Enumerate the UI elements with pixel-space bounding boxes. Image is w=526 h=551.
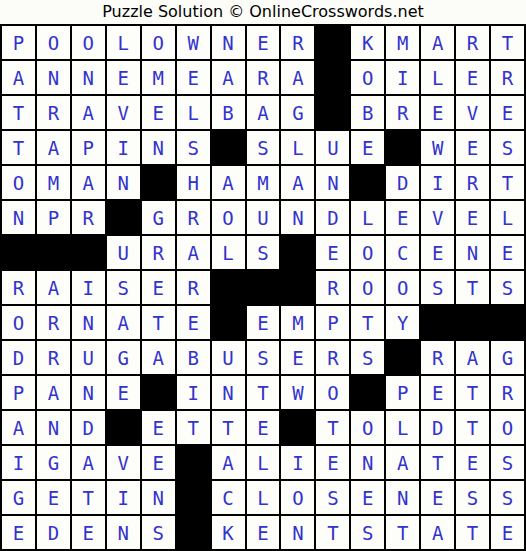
letter-cell-r14c2: E (37, 481, 70, 514)
block-cell-r8c7 (212, 271, 245, 304)
crossword-grid: POOLOWNERKMARTANNEMEARAOILERTRAVELBAGBRE… (0, 24, 526, 551)
letter-cell-r11c14: T (456, 376, 489, 409)
letter-cell-r6c3: R (72, 201, 105, 234)
letter-cell-r14c14: S (456, 481, 489, 514)
letter-cell-r2c6: E (177, 61, 210, 94)
letter-cell-r6c10: D (316, 201, 349, 234)
letter-cell-r1c7: N (212, 26, 245, 59)
letter-cell-r2c8: R (247, 61, 280, 94)
letter-cell-r3c3: A (72, 96, 105, 129)
letter-cell-r8c13: S (421, 271, 454, 304)
letter-cell-r9c3: N (72, 306, 105, 339)
letter-cell-r10c13: R (421, 341, 454, 374)
letter-cell-r5c13: I (421, 166, 454, 199)
block-cell-r9c13 (421, 306, 454, 339)
letter-cell-r8c12: O (386, 271, 419, 304)
letter-cell-r12c5: E (142, 411, 175, 444)
letter-cell-r11c4: E (107, 376, 140, 409)
letter-cell-r12c14: T (456, 411, 489, 444)
letter-cell-r15c2: D (37, 516, 70, 549)
letter-cell-r14c10: S (316, 481, 349, 514)
block-cell-r4c12 (386, 131, 419, 164)
letter-cell-r1c12: M (386, 26, 419, 59)
letter-cell-r3c4: V (107, 96, 140, 129)
letter-cell-r2c7: A (212, 61, 245, 94)
letter-cell-r6c7: O (212, 201, 245, 234)
letter-cell-r3c8: A (247, 96, 280, 129)
letter-cell-r5c9: A (281, 166, 314, 199)
block-cell-r13c6 (177, 446, 210, 479)
letter-cell-r9c10: P (316, 306, 349, 339)
block-cell-r7c3 (72, 236, 105, 269)
letter-cell-r11c9: W (281, 376, 314, 409)
letter-cell-r13c5: E (142, 446, 175, 479)
letter-cell-r4c4: I (107, 131, 140, 164)
letter-cell-r6c9: N (281, 201, 314, 234)
letter-cell-r12c3: D (72, 411, 105, 444)
letter-cell-r12c8: E (247, 411, 280, 444)
block-cell-r5c11 (351, 166, 384, 199)
letter-cell-r11c1: P (2, 376, 35, 409)
letter-cell-r12c15: O (491, 411, 524, 444)
letter-cell-r15c15: E (491, 516, 524, 549)
letter-cell-r9c8: E (247, 306, 280, 339)
block-cell-r7c9 (281, 236, 314, 269)
letter-cell-r12c13: D (421, 411, 454, 444)
letter-cell-r3c5: E (142, 96, 175, 129)
letter-cell-r6c15: L (491, 201, 524, 234)
letter-cell-r2c2: N (37, 61, 70, 94)
letter-cell-r12c1: A (2, 411, 35, 444)
letter-cell-r10c3: U (72, 341, 105, 374)
letter-cell-r10c6: B (177, 341, 210, 374)
block-cell-r2c10 (316, 61, 349, 94)
letter-cell-r3c13: E (421, 96, 454, 129)
letter-cell-r1c8: E (247, 26, 280, 59)
block-cell-r14c6 (177, 481, 210, 514)
letter-cell-r13c14: E (456, 446, 489, 479)
letter-cell-r7c11: O (351, 236, 384, 269)
letter-cell-r13c1: I (2, 446, 35, 479)
letter-cell-r1c4: L (107, 26, 140, 59)
letter-cell-r13c11: N (351, 446, 384, 479)
letter-cell-r15c3: E (72, 516, 105, 549)
block-cell-r6c4 (107, 201, 140, 234)
letter-cell-r9c5: T (142, 306, 175, 339)
letter-cell-r8c6: R (177, 271, 210, 304)
letter-cell-r2c3: N (72, 61, 105, 94)
letter-cell-r2c15: R (491, 61, 524, 94)
letter-cell-r4c8: S (247, 131, 280, 164)
letter-cell-r5c14: R (456, 166, 489, 199)
letter-cell-r10c5: A (142, 341, 175, 374)
letter-cell-r2c14: E (456, 61, 489, 94)
letter-cell-r13c13: T (421, 446, 454, 479)
letter-cell-r7c15: E (491, 236, 524, 269)
letter-cell-r1c5: O (142, 26, 175, 59)
letter-cell-r3c15: E (491, 96, 524, 129)
block-cell-r12c4 (107, 411, 140, 444)
letter-cell-r9c1: O (2, 306, 35, 339)
letter-cell-r4c6: S (177, 131, 210, 164)
letter-cell-r7c8: S (247, 236, 280, 269)
letter-cell-r5c4: N (107, 166, 140, 199)
letter-cell-r1c6: W (177, 26, 210, 59)
block-cell-r10c12 (386, 341, 419, 374)
letter-cell-r7c12: C (386, 236, 419, 269)
letter-cell-r12c12: L (386, 411, 419, 444)
letter-cell-r9c6: E (177, 306, 210, 339)
letter-cell-r4c9: L (281, 131, 314, 164)
letter-cell-r3c12: R (386, 96, 419, 129)
block-cell-r8c8 (247, 271, 280, 304)
letter-cell-r5c3: A (72, 166, 105, 199)
letter-cell-r6c11: L (351, 201, 384, 234)
letter-cell-r15c1: E (2, 516, 35, 549)
letter-cell-r13c15: S (491, 446, 524, 479)
letter-cell-r14c1: G (2, 481, 35, 514)
letter-cell-r12c11: O (351, 411, 384, 444)
letter-cell-r15c9: N (281, 516, 314, 549)
letter-cell-r5c12: D (386, 166, 419, 199)
block-cell-r3c10 (316, 96, 349, 129)
letter-cell-r15c8: E (247, 516, 280, 549)
letter-cell-r12c7: T (212, 411, 245, 444)
block-cell-r8c9 (281, 271, 314, 304)
letter-cell-r10c7: U (212, 341, 245, 374)
letter-cell-r3c11: B (351, 96, 384, 129)
block-cell-r11c5 (142, 376, 175, 409)
page-title: Puzzle Solution © OnlineCrosswords.net (0, 0, 526, 24)
letter-cell-r11c2: A (37, 376, 70, 409)
block-cell-r11c11 (351, 376, 384, 409)
letter-cell-r14c12: N (386, 481, 419, 514)
letter-cell-r8c10: R (316, 271, 349, 304)
letter-cell-r4c10: U (316, 131, 349, 164)
letter-cell-r6c6: R (177, 201, 210, 234)
letter-cell-r13c4: V (107, 446, 140, 479)
letter-cell-r2c11: O (351, 61, 384, 94)
letter-cell-r14c7: C (212, 481, 245, 514)
letter-cell-r2c12: I (386, 61, 419, 94)
letter-cell-r1c2: O (37, 26, 70, 59)
letter-cell-r14c9: O (281, 481, 314, 514)
block-cell-r9c14 (456, 306, 489, 339)
letter-cell-r10c1: D (2, 341, 35, 374)
block-cell-r1c10 (316, 26, 349, 59)
puzzle-solution-page: Puzzle Solution © OnlineCrosswords.net P… (0, 0, 526, 551)
letter-cell-r6c14: E (456, 201, 489, 234)
letter-cell-r10c4: G (107, 341, 140, 374)
letter-cell-r12c6: T (177, 411, 210, 444)
letter-cell-r1c1: P (2, 26, 35, 59)
letter-cell-r13c10: E (316, 446, 349, 479)
letter-cell-r4c11: E (351, 131, 384, 164)
letter-cell-r8c1: R (2, 271, 35, 304)
letter-cell-r15c4: N (107, 516, 140, 549)
letter-cell-r6c12: E (386, 201, 419, 234)
letter-cell-r13c9: I (281, 446, 314, 479)
letter-cell-r7c4: U (107, 236, 140, 269)
letter-cell-r11c6: I (177, 376, 210, 409)
letter-cell-r3c7: B (212, 96, 245, 129)
letter-cell-r7c7: L (212, 236, 245, 269)
block-cell-r9c15 (491, 306, 524, 339)
letter-cell-r7c10: E (316, 236, 349, 269)
letter-cell-r13c7: A (212, 446, 245, 479)
letter-cell-r8c11: O (351, 271, 384, 304)
letter-cell-r13c12: A (386, 446, 419, 479)
letter-cell-r4c15: S (491, 131, 524, 164)
letter-cell-r10c8: S (247, 341, 280, 374)
letter-cell-r15c11: S (351, 516, 384, 549)
block-cell-r7c2 (37, 236, 70, 269)
block-cell-r5c5 (142, 166, 175, 199)
letter-cell-r15c14: T (456, 516, 489, 549)
letter-cell-r6c5: G (142, 201, 175, 234)
letter-cell-r14c13: E (421, 481, 454, 514)
block-cell-r4c7 (212, 131, 245, 164)
letter-cell-r9c11: T (351, 306, 384, 339)
letter-cell-r15c12: T (386, 516, 419, 549)
letter-cell-r5c8: M (247, 166, 280, 199)
letter-cell-r1c14: R (456, 26, 489, 59)
letter-cell-r5c10: N (316, 166, 349, 199)
letter-cell-r11c13: E (421, 376, 454, 409)
letter-cell-r6c13: V (421, 201, 454, 234)
letter-cell-r2c4: E (107, 61, 140, 94)
letter-cell-r8c5: E (142, 271, 175, 304)
letter-cell-r5c15: T (491, 166, 524, 199)
letter-cell-r4c2: A (37, 131, 70, 164)
letter-cell-r9c12: Y (386, 306, 419, 339)
letter-cell-r5c6: H (177, 166, 210, 199)
letter-cell-r12c2: N (37, 411, 70, 444)
letter-cell-r7c14: N (456, 236, 489, 269)
letter-cell-r6c2: P (37, 201, 70, 234)
letter-cell-r3c6: L (177, 96, 210, 129)
letter-cell-r1c13: A (421, 26, 454, 59)
letter-cell-r3c2: R (37, 96, 70, 129)
letter-cell-r4c1: T (2, 131, 35, 164)
letter-cell-r11c3: N (72, 376, 105, 409)
letter-cell-r15c5: S (142, 516, 175, 549)
letter-cell-r8c3: I (72, 271, 105, 304)
letter-cell-r4c5: N (142, 131, 175, 164)
letter-cell-r8c15: S (491, 271, 524, 304)
letter-cell-r11c7: N (212, 376, 245, 409)
letter-cell-r15c10: T (316, 516, 349, 549)
block-cell-r9c7 (212, 306, 245, 339)
letter-cell-r10c14: A (456, 341, 489, 374)
letter-cell-r1c15: T (491, 26, 524, 59)
letter-cell-r10c15: G (491, 341, 524, 374)
letter-cell-r14c11: E (351, 481, 384, 514)
letter-cell-r3c1: T (2, 96, 35, 129)
block-cell-r15c6 (177, 516, 210, 549)
letter-cell-r14c3: T (72, 481, 105, 514)
letter-cell-r7c5: R (142, 236, 175, 269)
letter-cell-r9c2: R (37, 306, 70, 339)
letter-cell-r14c5: N (142, 481, 175, 514)
letter-cell-r1c3: O (72, 26, 105, 59)
letter-cell-r13c3: A (72, 446, 105, 479)
letter-cell-r5c7: A (212, 166, 245, 199)
letter-cell-r4c3: P (72, 131, 105, 164)
letter-cell-r5c1: O (2, 166, 35, 199)
letter-cell-r5c2: M (37, 166, 70, 199)
letter-cell-r13c2: G (37, 446, 70, 479)
letter-cell-r1c9: R (281, 26, 314, 59)
letter-cell-r14c8: L (247, 481, 280, 514)
letter-cell-r10c10: R (316, 341, 349, 374)
letter-cell-r7c13: E (421, 236, 454, 269)
letter-cell-r1c11: K (351, 26, 384, 59)
letter-cell-r10c2: R (37, 341, 70, 374)
letter-cell-r11c10: O (316, 376, 349, 409)
letter-cell-r2c9: A (281, 61, 314, 94)
letter-cell-r11c8: T (247, 376, 280, 409)
letter-cell-r3c9: G (281, 96, 314, 129)
letter-cell-r9c4: A (107, 306, 140, 339)
letter-cell-r15c7: K (212, 516, 245, 549)
letter-cell-r8c4: S (107, 271, 140, 304)
letter-cell-r12c10: T (316, 411, 349, 444)
letter-cell-r6c8: U (247, 201, 280, 234)
letter-cell-r13c8: L (247, 446, 280, 479)
letter-cell-r9c9: M (281, 306, 314, 339)
letter-cell-r14c15: S (491, 481, 524, 514)
letter-cell-r15c13: A (421, 516, 454, 549)
letter-cell-r10c11: S (351, 341, 384, 374)
letter-cell-r4c14: E (456, 131, 489, 164)
letter-cell-r4c13: W (421, 131, 454, 164)
letter-cell-r6c1: N (2, 201, 35, 234)
block-cell-r7c1 (2, 236, 35, 269)
letter-cell-r2c1: A (2, 61, 35, 94)
letter-cell-r3c14: V (456, 96, 489, 129)
letter-cell-r2c13: L (421, 61, 454, 94)
letter-cell-r10c9: E (281, 341, 314, 374)
letter-cell-r11c12: P (386, 376, 419, 409)
block-cell-r12c9 (281, 411, 314, 444)
letter-cell-r8c2: A (37, 271, 70, 304)
letter-cell-r8c14: T (456, 271, 489, 304)
letter-cell-r2c5: M (142, 61, 175, 94)
letter-cell-r11c15: R (491, 376, 524, 409)
letter-cell-r7c6: A (177, 236, 210, 269)
letter-cell-r14c4: I (107, 481, 140, 514)
